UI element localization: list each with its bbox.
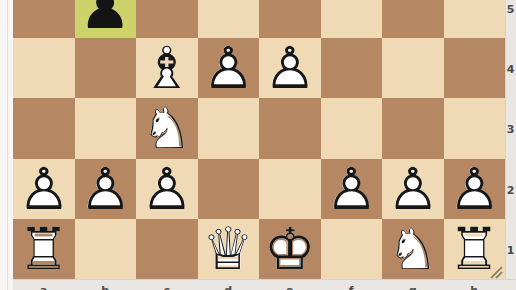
square-h5[interactable] <box>444 0 506 38</box>
square-e2[interactable] <box>259 159 321 219</box>
file-label-c: c <box>136 285 198 290</box>
square-b2[interactable]: ♟♙ <box>75 159 137 219</box>
square-e5[interactable] <box>259 0 321 38</box>
rank-label-3: 3 <box>505 124 516 136</box>
square-d3[interactable] <box>198 98 260 158</box>
left-edge-gutter <box>0 0 13 290</box>
square-c4[interactable]: ♝♗ <box>136 38 198 98</box>
square-g1[interactable]: ♞♘ <box>382 219 444 279</box>
rank-label-2: 2 <box>505 185 516 197</box>
file-label-d: d <box>198 285 260 290</box>
piece-black-pawn[interactable]: ♟ <box>75 0 137 38</box>
file-label-g: g <box>382 285 444 290</box>
square-f4[interactable] <box>321 38 383 98</box>
chess-board-viewport: ♟♝♗♟♙♟♙♞♘♟♙♟♙♟♙♟♙♟♙♟♙♜♖♛♕♚♔♞♘♜♖ 54321abc… <box>0 0 516 290</box>
piece-white-pawn[interactable]: ♟♙ <box>198 38 260 98</box>
piece-white-knight[interactable]: ♞♘ <box>382 219 444 279</box>
chess-board[interactable]: ♟♝♗♟♙♟♙♞♘♟♙♟♙♟♙♟♙♟♙♟♙♜♖♛♕♚♔♞♘♜♖ <box>13 0 505 279</box>
square-e4[interactable]: ♟♙ <box>259 38 321 98</box>
piece-white-pawn[interactable]: ♟♙ <box>13 159 75 219</box>
piece-white-pawn[interactable]: ♟♙ <box>259 38 321 98</box>
piece-white-pawn[interactable]: ♟♙ <box>321 159 383 219</box>
square-h4[interactable] <box>444 38 506 98</box>
piece-white-rook[interactable]: ♜♖ <box>13 219 75 279</box>
square-a4[interactable] <box>13 38 75 98</box>
square-a3[interactable] <box>13 98 75 158</box>
rank-label-4: 4 <box>505 64 516 76</box>
piece-white-bishop[interactable]: ♝♗ <box>136 38 198 98</box>
square-c5[interactable] <box>136 0 198 38</box>
square-d1[interactable]: ♛♕ <box>198 219 260 279</box>
square-c2[interactable]: ♟♙ <box>136 159 198 219</box>
rank-label-1: 1 <box>505 245 516 257</box>
board-resize-handle-icon[interactable] <box>487 263 505 281</box>
piece-white-pawn[interactable]: ♟♙ <box>444 159 506 219</box>
square-a5[interactable] <box>13 0 75 38</box>
square-d5[interactable] <box>198 0 260 38</box>
square-g4[interactable] <box>382 38 444 98</box>
square-b4[interactable] <box>75 38 137 98</box>
rank-label-5: 5 <box>505 4 516 16</box>
file-label-a: a <box>13 285 75 290</box>
square-g5[interactable] <box>382 0 444 38</box>
square-c1[interactable] <box>136 219 198 279</box>
piece-white-pawn[interactable]: ♟♙ <box>136 159 198 219</box>
square-a2[interactable]: ♟♙ <box>13 159 75 219</box>
square-e3[interactable] <box>259 98 321 158</box>
square-c3[interactable]: ♞♘ <box>136 98 198 158</box>
file-label-b: b <box>75 285 137 290</box>
square-f2[interactable]: ♟♙ <box>321 159 383 219</box>
square-e1[interactable]: ♚♔ <box>259 219 321 279</box>
square-h3[interactable] <box>444 98 506 158</box>
piece-white-pawn[interactable]: ♟♙ <box>75 159 137 219</box>
file-label-h: h <box>444 285 506 290</box>
square-g3[interactable] <box>382 98 444 158</box>
piece-white-queen[interactable]: ♛♕ <box>198 219 260 279</box>
square-d4[interactable]: ♟♙ <box>198 38 260 98</box>
file-label-f: f <box>321 285 383 290</box>
square-f5[interactable] <box>321 0 383 38</box>
piece-white-king[interactable]: ♚♔ <box>259 219 321 279</box>
square-b3[interactable] <box>75 98 137 158</box>
square-f1[interactable] <box>321 219 383 279</box>
square-a1[interactable]: ♜♖ <box>13 219 75 279</box>
square-h2[interactable]: ♟♙ <box>444 159 506 219</box>
square-f3[interactable] <box>321 98 383 158</box>
piece-white-pawn[interactable]: ♟♙ <box>382 159 444 219</box>
square-b1[interactable] <box>75 219 137 279</box>
square-d2[interactable] <box>198 159 260 219</box>
square-b5[interactable]: ♟ <box>75 0 137 38</box>
square-g2[interactable]: ♟♙ <box>382 159 444 219</box>
file-label-e: e <box>259 285 321 290</box>
piece-white-knight[interactable]: ♞♘ <box>136 98 198 158</box>
